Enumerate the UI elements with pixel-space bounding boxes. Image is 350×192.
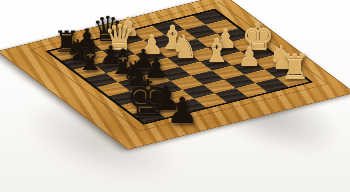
product-photo: ♜♞♝♚♟♟♝♞♟♟♛♟♟♛♟♟♝♞♝♟♟♚♞♜ (0, 0, 350, 192)
board-border (45, 9, 313, 125)
board-grid (50, 10, 310, 123)
